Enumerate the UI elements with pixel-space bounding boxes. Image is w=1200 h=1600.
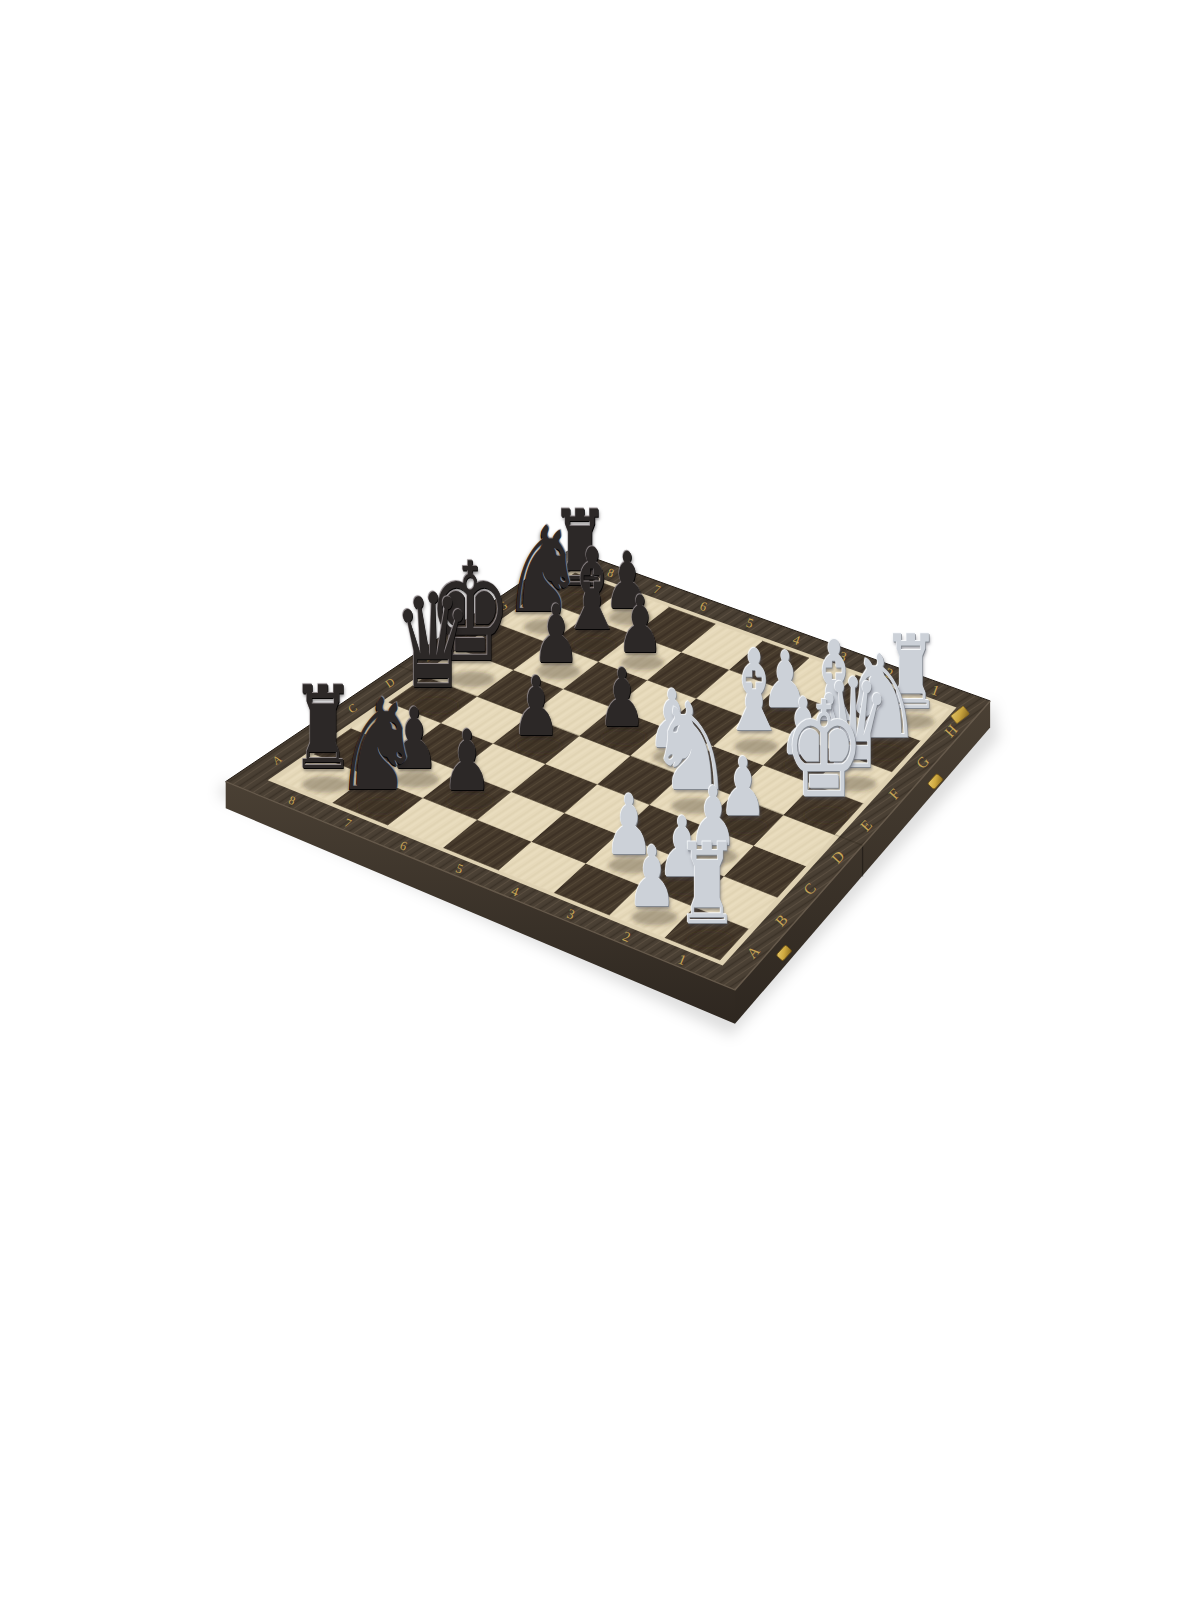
chess-board: chess AABBCCDDEEFFGGHH1122334455667788: [0, 0, 1200, 1600]
chess-set-product-photo: chess AABBCCDDEEFFGGHH1122334455667788 ♜…: [0, 0, 1200, 1600]
